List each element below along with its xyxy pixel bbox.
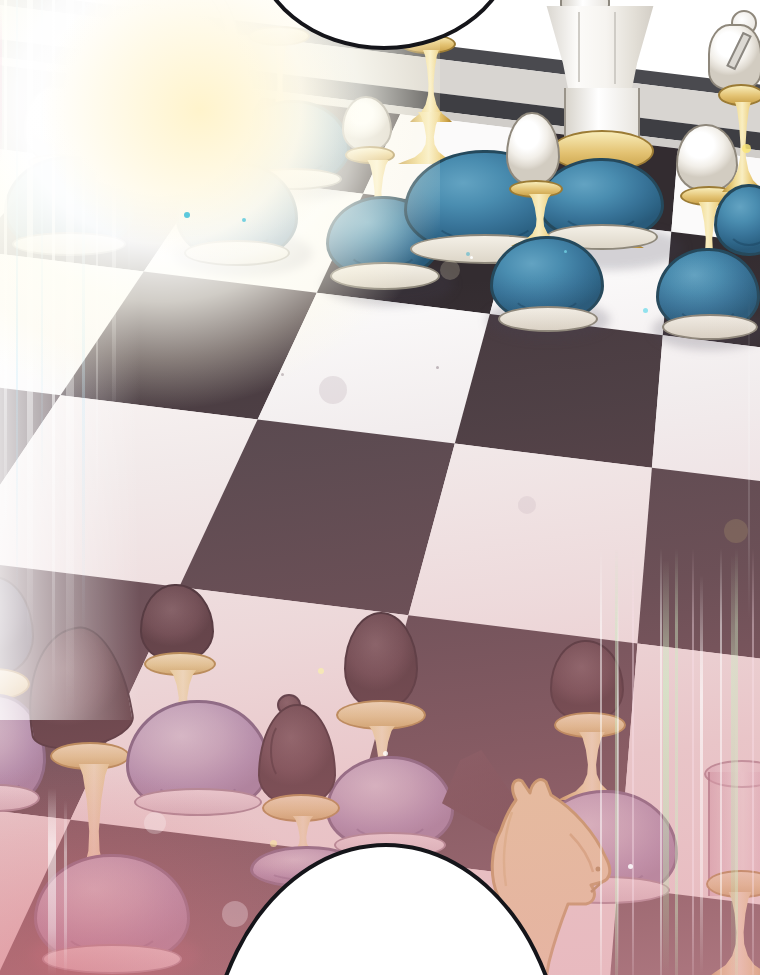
light-streak <box>731 555 735 975</box>
sparkle-dot <box>466 252 470 256</box>
light-streak <box>617 590 619 975</box>
light-streak <box>663 560 669 975</box>
sparkle-dot <box>742 144 751 153</box>
light-streak <box>64 800 67 975</box>
sparkle-dot <box>184 212 190 218</box>
sparkle-dot <box>564 250 567 253</box>
fx-layer <box>0 0 760 975</box>
bokeh-circle <box>440 260 460 280</box>
light-streak <box>700 575 703 975</box>
webtoon-panel <box>0 0 760 975</box>
sparkle-dot <box>242 218 246 222</box>
light-streak <box>748 300 750 620</box>
sparkle-dot <box>470 256 473 259</box>
dust-speck <box>281 373 284 376</box>
bokeh-circle <box>222 901 248 927</box>
sparkle-dot <box>270 840 277 847</box>
bokeh-circle <box>518 496 536 514</box>
sparkle-dot <box>643 308 648 313</box>
sparkle-dot <box>318 668 324 674</box>
sparkle-dot <box>628 864 633 869</box>
bokeh-circle <box>724 519 748 543</box>
bokeh-circle <box>319 376 347 404</box>
light-flare-gold <box>40 0 360 260</box>
dust-speck <box>436 366 439 369</box>
bokeh-circle <box>144 812 166 834</box>
light-streak <box>48 788 56 975</box>
sparkle-dot <box>383 751 388 756</box>
light-streak <box>0 0 2 163</box>
